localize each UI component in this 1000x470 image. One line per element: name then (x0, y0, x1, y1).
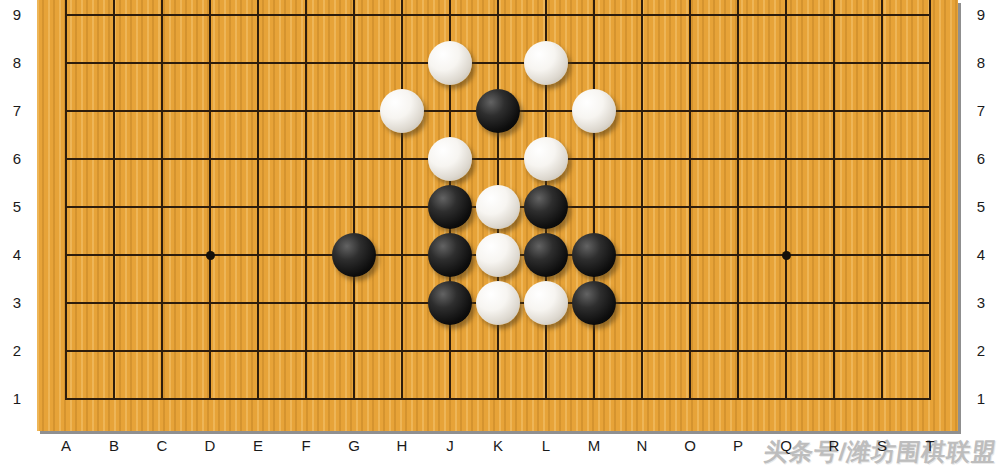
intersection-S2 (858, 327, 906, 375)
column-label-C: C (138, 437, 186, 455)
intersection-N8 (618, 39, 666, 87)
intersection-F6 (282, 135, 330, 183)
intersection-E7 (234, 87, 282, 135)
grid-line-horizontal (714, 254, 762, 256)
grid-line-horizontal (810, 398, 858, 400)
grid-line-horizontal (714, 158, 762, 160)
row-label-right-2: 2 (964, 342, 998, 360)
intersection-S1 (858, 375, 906, 423)
column-label-T: T (906, 437, 954, 455)
intersection-R5 (810, 183, 858, 231)
grid-line-horizontal (570, 398, 618, 400)
white-stone-H7 (380, 89, 424, 133)
grid-line-horizontal (426, 398, 474, 400)
intersection-G8 (330, 39, 378, 87)
intersection-B6 (90, 135, 138, 183)
column-label-E: E (234, 437, 282, 455)
grid-line-horizontal (762, 14, 810, 16)
grid-line-horizontal (90, 158, 138, 160)
intersection-K1 (474, 375, 522, 423)
black-stone-J5 (428, 185, 472, 229)
intersection-H8 (378, 39, 426, 87)
intersection-D8 (186, 39, 234, 87)
intersection-H3 (378, 279, 426, 327)
grid-line-horizontal (906, 398, 931, 400)
intersection-F2 (282, 327, 330, 375)
intersection-M1 (570, 375, 618, 423)
grid-line-vertical (113, 375, 115, 400)
grid-line-horizontal (666, 350, 714, 352)
grid-line-horizontal (858, 158, 906, 160)
grid-line-vertical (401, 375, 403, 400)
grid-line-horizontal (666, 14, 714, 16)
intersection-C8 (138, 39, 186, 87)
grid-line-horizontal (90, 302, 138, 304)
grid-line-horizontal (282, 62, 330, 64)
intersection-B3 (90, 279, 138, 327)
grid-line-vertical (65, 375, 67, 400)
intersection-E6 (234, 135, 282, 183)
intersection-N9 (618, 0, 666, 39)
intersection-M8 (570, 39, 618, 87)
intersection-K9 (474, 0, 522, 39)
grid-line-vertical (833, 0, 835, 39)
row-label-right-1: 1 (964, 390, 998, 408)
column-label-B: B (90, 437, 138, 455)
row-label-right-3: 3 (964, 294, 998, 312)
intersection-R2 (810, 327, 858, 375)
grid-line-horizontal (858, 62, 906, 64)
intersection-N3 (618, 279, 666, 327)
grid-line-vertical (833, 375, 835, 400)
intersection-K8 (474, 39, 522, 87)
intersection-C5 (138, 183, 186, 231)
grid-line-horizontal (330, 206, 378, 208)
column-label-G: G (330, 437, 378, 455)
intersection-Q2 (762, 327, 810, 375)
grid-line-horizontal (90, 110, 138, 112)
intersection-F9 (282, 0, 330, 39)
grid-line-horizontal (138, 350, 186, 352)
intersection-H1 (378, 375, 426, 423)
intersection-E9 (234, 0, 282, 39)
intersection-E1 (234, 375, 282, 423)
intersection-C2 (138, 327, 186, 375)
grid-line-horizontal (618, 254, 666, 256)
intersection-D7 (186, 87, 234, 135)
grid-line-horizontal (330, 62, 378, 64)
grid-line-horizontal (906, 350, 931, 352)
intersection-F7 (282, 87, 330, 135)
row-label-left-1: 1 (0, 390, 34, 408)
intersection-D6 (186, 135, 234, 183)
intersection-G1 (330, 375, 378, 423)
grid-line-horizontal (426, 350, 474, 352)
intersection-A3 (42, 279, 90, 327)
grid-line-horizontal (858, 350, 906, 352)
column-label-L: L (522, 437, 570, 455)
grid-line-horizontal (138, 158, 186, 160)
intersection-B2 (90, 327, 138, 375)
grid-line-horizontal (378, 350, 426, 352)
grid-line-horizontal (234, 302, 282, 304)
grid-line-horizontal (570, 350, 618, 352)
grid-line-horizontal (858, 206, 906, 208)
intersection-C6 (138, 135, 186, 183)
grid-line-horizontal (810, 158, 858, 160)
intersection-O8 (666, 39, 714, 87)
grid-line-horizontal (186, 110, 234, 112)
row-label-right-7: 7 (964, 102, 998, 120)
intersection-P8 (714, 39, 762, 87)
column-label-J: J (426, 437, 474, 455)
intersection-N1 (618, 375, 666, 423)
intersection-T5 (906, 183, 954, 231)
row-label-left-7: 7 (0, 102, 34, 120)
column-label-H: H (378, 437, 426, 455)
intersection-P3 (714, 279, 762, 327)
grid-line-vertical (257, 375, 259, 400)
grid-line-horizontal (330, 110, 378, 112)
intersection-H6 (378, 135, 426, 183)
row-label-left-5: 5 (0, 198, 34, 216)
row-label-left-3: 3 (0, 294, 34, 312)
grid-line-horizontal (65, 350, 90, 352)
intersection-P1 (714, 375, 762, 423)
intersection-T9 (906, 0, 954, 39)
grid-line-vertical (497, 375, 499, 400)
intersection-O4 (666, 231, 714, 279)
white-stone-K3 (476, 281, 520, 325)
intersection-K2 (474, 327, 522, 375)
grid-line-horizontal (90, 398, 138, 400)
grid-line-vertical (401, 0, 403, 39)
intersection-N5 (618, 183, 666, 231)
intersection-D3 (186, 279, 234, 327)
grid-line-horizontal (90, 14, 138, 16)
intersection-M5 (570, 183, 618, 231)
grid-line-vertical (881, 0, 883, 39)
intersection-S4 (858, 231, 906, 279)
grid-line-horizontal (522, 14, 570, 16)
grid-line-horizontal (65, 14, 90, 16)
intersection-B1 (90, 375, 138, 423)
intersection-F4 (282, 231, 330, 279)
grid-line-horizontal (618, 206, 666, 208)
row-label-right-9: 9 (964, 6, 998, 24)
grid-line-horizontal (474, 350, 522, 352)
grid-line-horizontal (666, 254, 714, 256)
grid-line-horizontal (762, 398, 810, 400)
intersection-J7 (426, 87, 474, 135)
intersection-H2 (378, 327, 426, 375)
intersection-L7 (522, 87, 570, 135)
intersection-S7 (858, 87, 906, 135)
grid-line-vertical (449, 375, 451, 400)
black-stone-J3 (428, 281, 472, 325)
grid-line-horizontal (330, 158, 378, 160)
grid-line-horizontal (570, 62, 618, 64)
intersection-Q3 (762, 279, 810, 327)
grid-line-horizontal (714, 62, 762, 64)
white-stone-L8 (524, 41, 568, 85)
grid-line-horizontal (858, 110, 906, 112)
grid-line-horizontal (618, 350, 666, 352)
grid-line-horizontal (618, 62, 666, 64)
grid-line-vertical (929, 0, 931, 39)
grid-line-horizontal (714, 350, 762, 352)
grid-line-horizontal (186, 206, 234, 208)
grid-line-vertical (161, 0, 163, 39)
grid-line-horizontal (138, 206, 186, 208)
intersection-Q9 (762, 0, 810, 39)
grid-line-vertical (305, 375, 307, 400)
grid-line-vertical (497, 0, 499, 39)
grid-line-horizontal (522, 350, 570, 352)
grid-line-horizontal (810, 110, 858, 112)
grid-line-horizontal (282, 302, 330, 304)
grid-line-horizontal (330, 350, 378, 352)
column-label-A: A (42, 437, 90, 455)
column-label-O: O (666, 437, 714, 455)
grid-line-horizontal (714, 14, 762, 16)
black-stone-M4 (572, 233, 616, 277)
intersection-D2 (186, 327, 234, 375)
grid-line-horizontal (762, 350, 810, 352)
grid-line-horizontal (65, 302, 90, 304)
grid-line-horizontal (330, 398, 378, 400)
grid-line-horizontal (906, 206, 931, 208)
intersection-Q1 (762, 375, 810, 423)
column-label-P: P (714, 437, 762, 455)
intersection-E8 (234, 39, 282, 87)
grid-line-horizontal (90, 206, 138, 208)
go-board (37, 0, 958, 431)
column-label-D: D (186, 437, 234, 455)
intersection-C9 (138, 0, 186, 39)
grid-line-horizontal (186, 302, 234, 304)
grid-line-horizontal (810, 14, 858, 16)
grid-line-vertical (353, 375, 355, 400)
grid-line-vertical (689, 375, 691, 400)
grid-line-horizontal (186, 158, 234, 160)
intersection-T6 (906, 135, 954, 183)
grid-line-horizontal (138, 62, 186, 64)
grid-line-vertical (593, 0, 595, 39)
grid-line-horizontal (762, 110, 810, 112)
grid-line-horizontal (474, 14, 522, 16)
grid-line-horizontal (810, 254, 858, 256)
intersection-T7 (906, 87, 954, 135)
grid-line-horizontal (810, 62, 858, 64)
intersection-P6 (714, 135, 762, 183)
intersection-R3 (810, 279, 858, 327)
grid-line-vertical (737, 0, 739, 39)
black-stone-G4 (332, 233, 376, 277)
intersection-A8 (42, 39, 90, 87)
row-label-right-8: 8 (964, 54, 998, 72)
grid-line-horizontal (90, 62, 138, 64)
grid-line-horizontal (378, 254, 426, 256)
grid-line-horizontal (330, 302, 378, 304)
intersection-N2 (618, 327, 666, 375)
grid-line-horizontal (186, 62, 234, 64)
intersection-S3 (858, 279, 906, 327)
grid-line-horizontal (90, 254, 138, 256)
grid-line-horizontal (858, 254, 906, 256)
grid-line-horizontal (522, 110, 570, 112)
intersection-A6 (42, 135, 90, 183)
intersection-O1 (666, 375, 714, 423)
grid-line-horizontal (618, 14, 666, 16)
intersection-B7 (90, 87, 138, 135)
grid-line-horizontal (618, 158, 666, 160)
intersection-L9 (522, 0, 570, 39)
grid-line-horizontal (138, 110, 186, 112)
grid-line-horizontal (618, 302, 666, 304)
intersection-F5 (282, 183, 330, 231)
grid-line-vertical (593, 375, 595, 400)
grid-line-horizontal (234, 62, 282, 64)
white-stone-J8 (428, 41, 472, 85)
grid-line-horizontal (378, 14, 426, 16)
grid-line-horizontal (138, 14, 186, 16)
white-stone-K5 (476, 185, 520, 229)
intersection-N7 (618, 87, 666, 135)
intersection-E5 (234, 183, 282, 231)
intersection-G9 (330, 0, 378, 39)
intersection-M9 (570, 0, 618, 39)
intersection-N4 (618, 231, 666, 279)
row-label-left-4: 4 (0, 246, 34, 264)
black-stone-K7 (476, 89, 520, 133)
column-label-K: K (474, 437, 522, 455)
intersection-G2 (330, 327, 378, 375)
grid-line-horizontal (378, 206, 426, 208)
grid-line-horizontal (234, 398, 282, 400)
grid-line-horizontal (570, 158, 618, 160)
black-stone-J4 (428, 233, 472, 277)
intersection-A4 (42, 231, 90, 279)
intersection-L1 (522, 375, 570, 423)
grid-line-horizontal (330, 14, 378, 16)
grid-line-horizontal (474, 158, 522, 160)
intersection-J9 (426, 0, 474, 39)
grid-line-vertical (641, 0, 643, 39)
grid-line-horizontal (234, 350, 282, 352)
grid-line-horizontal (666, 158, 714, 160)
star-point-D4 (206, 251, 215, 260)
grid-line-horizontal (618, 110, 666, 112)
grid-line-horizontal (282, 110, 330, 112)
grid-line-horizontal (282, 206, 330, 208)
grid-line-horizontal (714, 110, 762, 112)
intersection-E2 (234, 327, 282, 375)
grid-line-horizontal (378, 62, 426, 64)
grid-line-vertical (785, 375, 787, 400)
intersection-P7 (714, 87, 762, 135)
intersection-O9 (666, 0, 714, 39)
row-label-left-8: 8 (0, 54, 34, 72)
intersection-M2 (570, 327, 618, 375)
intersection-Q8 (762, 39, 810, 87)
intersection-B5 (90, 183, 138, 231)
intersection-R6 (810, 135, 858, 183)
grid-line-horizontal (186, 14, 234, 16)
grid-line-horizontal (234, 158, 282, 160)
intersection-S5 (858, 183, 906, 231)
grid-line-horizontal (426, 14, 474, 16)
grid-line-horizontal (234, 14, 282, 16)
grid-line-horizontal (858, 302, 906, 304)
intersection-R1 (810, 375, 858, 423)
grid-line-vertical (881, 375, 883, 400)
grid-line-vertical (545, 375, 547, 400)
grid-line-horizontal (714, 206, 762, 208)
grid-line-horizontal (65, 254, 90, 256)
intersection-E4 (234, 231, 282, 279)
black-stone-L4 (524, 233, 568, 277)
grid-line-vertical (209, 0, 211, 39)
grid-line-horizontal (810, 302, 858, 304)
grid-line-vertical (737, 375, 739, 400)
black-stone-M3 (572, 281, 616, 325)
intersection-B4 (90, 231, 138, 279)
grid-line-horizontal (282, 158, 330, 160)
grid-line-horizontal (474, 62, 522, 64)
grid-line-horizontal (234, 110, 282, 112)
grid-line-horizontal (138, 254, 186, 256)
intersection-S6 (858, 135, 906, 183)
grid-line-horizontal (138, 398, 186, 400)
intersection-A5 (42, 183, 90, 231)
intersection-D9 (186, 0, 234, 39)
intersection-B8 (90, 39, 138, 87)
grid-line-vertical (113, 0, 115, 39)
grid-line-horizontal (858, 398, 906, 400)
grid-line-horizontal (65, 206, 90, 208)
white-stone-L6 (524, 137, 568, 181)
intersection-J1 (426, 375, 474, 423)
grid-line-horizontal (65, 62, 90, 64)
grid-line-horizontal (426, 110, 474, 112)
intersection-H9 (378, 0, 426, 39)
grid-line-horizontal (90, 350, 138, 352)
grid-line-horizontal (234, 254, 282, 256)
grid-line-horizontal (762, 62, 810, 64)
intersection-G7 (330, 87, 378, 135)
intersection-T8 (906, 39, 954, 87)
intersection-P4 (714, 231, 762, 279)
intersection-K6 (474, 135, 522, 183)
grid-line-horizontal (714, 302, 762, 304)
intersection-F8 (282, 39, 330, 87)
grid-line-horizontal (282, 254, 330, 256)
grid-line-vertical (257, 0, 259, 39)
row-label-right-4: 4 (964, 246, 998, 264)
intersection-C7 (138, 87, 186, 135)
grid-line-vertical (641, 375, 643, 400)
intersection-R4 (810, 231, 858, 279)
intersection-G5 (330, 183, 378, 231)
grid-line-horizontal (570, 206, 618, 208)
intersection-R7 (810, 87, 858, 135)
intersection-O3 (666, 279, 714, 327)
intersection-P9 (714, 0, 762, 39)
grid-line-horizontal (474, 398, 522, 400)
grid-line-horizontal (762, 206, 810, 208)
grid-line-horizontal (186, 398, 234, 400)
